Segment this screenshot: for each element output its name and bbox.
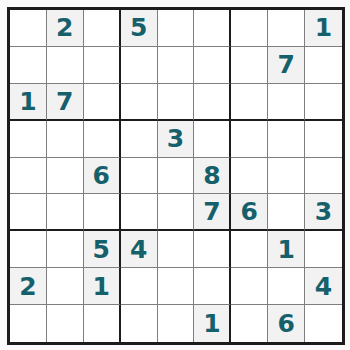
cell-r4c4[interactable] (121, 121, 158, 158)
cell-r9c8[interactable]: 6 (268, 305, 305, 342)
cell-r4c1[interactable] (10, 121, 47, 158)
cell-r2c8[interactable]: 7 (268, 47, 305, 84)
cell-r8c7[interactable] (231, 268, 268, 305)
cell-r1c8[interactable] (268, 10, 305, 47)
cell-r3c8[interactable] (268, 84, 305, 121)
cell-r6c7[interactable]: 6 (231, 194, 268, 231)
cell-r4c9[interactable] (305, 121, 342, 158)
cell-r8c6[interactable] (194, 268, 231, 305)
cell-r9c4[interactable] (121, 305, 158, 342)
cell-r2c7[interactable] (231, 47, 268, 84)
cell-r6c5[interactable] (158, 194, 195, 231)
cell-r5c6[interactable]: 8 (194, 158, 231, 195)
cell-r5c3[interactable]: 6 (84, 158, 121, 195)
cell-r8c8[interactable] (268, 268, 305, 305)
cell-r2c9[interactable] (305, 47, 342, 84)
cell-r7c9[interactable] (305, 231, 342, 268)
cell-r2c5[interactable] (158, 47, 195, 84)
cell-r7c7[interactable] (231, 231, 268, 268)
cell-r2c6[interactable] (194, 47, 231, 84)
cell-r1c6[interactable] (194, 10, 231, 47)
cell-r9c5[interactable] (158, 305, 195, 342)
cell-r9c2[interactable] (47, 305, 84, 342)
cell-r3c5[interactable] (158, 84, 195, 121)
cell-r4c7[interactable] (231, 121, 268, 158)
cell-r4c3[interactable] (84, 121, 121, 158)
cell-r6c8[interactable] (268, 194, 305, 231)
cell-r3c2[interactable]: 7 (47, 84, 84, 121)
cell-r4c5[interactable]: 3 (158, 121, 195, 158)
cell-r3c4[interactable] (121, 84, 158, 121)
cell-r6c4[interactable] (121, 194, 158, 231)
cell-r4c6[interactable] (194, 121, 231, 158)
cell-r8c3[interactable]: 1 (84, 268, 121, 305)
cell-r3c6[interactable] (194, 84, 231, 121)
cell-r5c8[interactable] (268, 158, 305, 195)
cell-r9c3[interactable] (84, 305, 121, 342)
cell-r7c1[interactable] (10, 231, 47, 268)
cell-r3c1[interactable]: 1 (10, 84, 47, 121)
cell-r8c2[interactable] (47, 268, 84, 305)
cell-r1c7[interactable] (231, 10, 268, 47)
cell-r7c4[interactable]: 4 (121, 231, 158, 268)
cell-r8c4[interactable] (121, 268, 158, 305)
cell-r6c3[interactable] (84, 194, 121, 231)
cell-r4c2[interactable] (47, 121, 84, 158)
cell-r8c1[interactable]: 2 (10, 268, 47, 305)
cell-r3c7[interactable] (231, 84, 268, 121)
cell-r5c2[interactable] (47, 158, 84, 195)
cell-r5c7[interactable] (231, 158, 268, 195)
cell-r5c5[interactable] (158, 158, 195, 195)
cell-r5c4[interactable] (121, 158, 158, 195)
cell-r7c8[interactable]: 1 (268, 231, 305, 268)
cell-r2c2[interactable] (47, 47, 84, 84)
cell-r8c5[interactable] (158, 268, 195, 305)
cell-r7c6[interactable] (194, 231, 231, 268)
cell-r1c5[interactable] (158, 10, 195, 47)
cell-r2c3[interactable] (84, 47, 121, 84)
cell-r3c3[interactable] (84, 84, 121, 121)
cell-r9c1[interactable] (10, 305, 47, 342)
cell-r1c1[interactable] (10, 10, 47, 47)
cell-r7c2[interactable] (47, 231, 84, 268)
cell-r2c4[interactable] (121, 47, 158, 84)
cell-r1c9[interactable]: 1 (305, 10, 342, 47)
cell-r7c5[interactable] (158, 231, 195, 268)
sudoku-board: 25171736876354121416 (7, 7, 345, 345)
cell-r7c3[interactable]: 5 (84, 231, 121, 268)
cell-r2c1[interactable] (10, 47, 47, 84)
cell-r6c1[interactable] (10, 194, 47, 231)
cell-r8c9[interactable]: 4 (305, 268, 342, 305)
cell-r1c3[interactable] (84, 10, 121, 47)
cell-r6c2[interactable] (47, 194, 84, 231)
cell-r1c2[interactable]: 2 (47, 10, 84, 47)
cell-r6c9[interactable]: 3 (305, 194, 342, 231)
cell-r9c9[interactable] (305, 305, 342, 342)
cell-r3c9[interactable] (305, 84, 342, 121)
cell-r1c4[interactable]: 5 (121, 10, 158, 47)
cell-r9c6[interactable]: 1 (194, 305, 231, 342)
cell-r4c8[interactable] (268, 121, 305, 158)
cell-r5c9[interactable] (305, 158, 342, 195)
cell-r6c6[interactable]: 7 (194, 194, 231, 231)
cell-r5c1[interactable] (10, 158, 47, 195)
cell-r9c7[interactable] (231, 305, 268, 342)
